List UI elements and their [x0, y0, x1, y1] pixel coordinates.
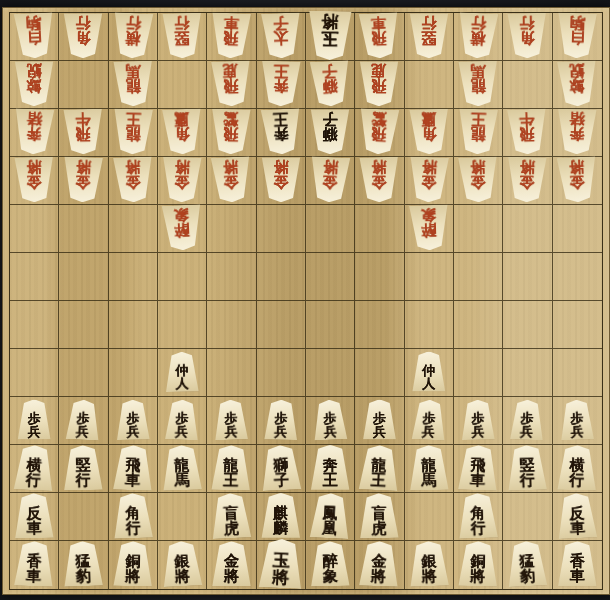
board-cell[interactable]: [109, 349, 158, 397]
piece-kanji: 玉將: [271, 552, 290, 587]
board-cell[interactable]: [59, 61, 108, 109]
board-cell[interactable]: 金將: [207, 541, 256, 589]
piece-kanji: 獅子: [273, 457, 289, 488]
board-cell[interactable]: [158, 61, 207, 109]
board-cell[interactable]: 飛鷲: [207, 109, 256, 157]
board-cell[interactable]: [503, 301, 552, 349]
board-cell[interactable]: 角行: [109, 493, 158, 541]
piece-pawn[interactable]: 歩兵: [264, 399, 299, 440]
piece-free-boar[interactable]: 奔猪: [557, 108, 598, 154]
piece-gold-general[interactable]: 金將: [210, 156, 252, 203]
piece-go-between[interactable]: 仲人: [412, 351, 446, 391]
board-cell[interactable]: 歩兵: [454, 397, 503, 445]
board-cell[interactable]: [405, 301, 454, 349]
board-cell[interactable]: 猛豹: [503, 541, 552, 589]
piece-kirin[interactable]: 麒麟: [261, 493, 301, 538]
board-cell[interactable]: 太子: [257, 13, 306, 61]
board-cell[interactable]: 盲虎: [355, 493, 404, 541]
piece-free-king[interactable]: 奔王: [310, 445, 350, 490]
board-cell[interactable]: [503, 253, 552, 301]
piece-kanji: 金將: [470, 158, 486, 188]
piece-kanji: 竪行: [520, 457, 536, 487]
board-cell[interactable]: 横行: [109, 13, 158, 61]
board-cell[interactable]: [59, 349, 108, 397]
piece-blind-tiger[interactable]: 盲虎: [359, 492, 400, 538]
piece-pawn[interactable]: 歩兵: [66, 399, 102, 441]
board-cell[interactable]: 歩兵: [306, 397, 355, 445]
piece-kanji: 金將: [372, 159, 387, 189]
board-cell[interactable]: 猛豹: [59, 541, 108, 589]
board-cell[interactable]: [306, 253, 355, 301]
board-cell[interactable]: 横行: [454, 13, 503, 61]
board-cell[interactable]: 銅將: [454, 541, 503, 589]
piece-kanji: 金將: [273, 159, 288, 189]
board-cell[interactable]: 金將: [355, 541, 404, 589]
piece-bishop[interactable]: 角行: [507, 12, 548, 58]
piece-kanji: 銀將: [174, 554, 190, 585]
board-cell[interactable]: [257, 349, 306, 397]
board-cell[interactable]: 仲人: [158, 349, 207, 397]
board-cell[interactable]: 銀將: [158, 541, 207, 589]
piece-kanji: 金將: [125, 158, 141, 188]
piece-kanji: 歩兵: [323, 411, 337, 438]
piece-kanji: 鳳凰: [322, 505, 338, 536]
board-cell[interactable]: 飛鷲: [355, 109, 404, 157]
piece-kanji: 飛鹿: [223, 62, 239, 92]
piece-flying-ox[interactable]: 飛牛: [63, 108, 104, 154]
board-cell[interactable]: 金將: [306, 157, 355, 205]
piece-vertical-mover[interactable]: 竪行: [162, 12, 203, 58]
piece-flying-ox[interactable]: 飛牛: [507, 108, 548, 154]
piece-kanji: 金將: [520, 159, 535, 189]
board-cell[interactable]: [257, 205, 306, 253]
board-cell[interactable]: 香車: [553, 541, 602, 589]
board-cell[interactable]: 龍馬: [158, 445, 207, 493]
board-cell[interactable]: [553, 205, 602, 253]
board-cell[interactable]: 香車: [10, 541, 59, 589]
piece-kanji: 龍王: [470, 110, 486, 140]
board-cell[interactable]: 歩兵: [257, 397, 306, 445]
piece-kanji: 飛鹿: [372, 63, 387, 93]
board-cell[interactable]: 歩兵: [59, 397, 108, 445]
piece-dragon-horse[interactable]: 龍馬: [458, 60, 499, 106]
piece-pawn[interactable]: 歩兵: [411, 399, 447, 441]
piece-whale[interactable]: 鯨鯢: [14, 61, 54, 106]
piece-kanji: 獅子: [322, 62, 338, 93]
piece-side-mover[interactable]: 横行: [557, 444, 598, 490]
piece-kanji: 龍王: [125, 110, 141, 140]
piece-kanji: 銅將: [125, 554, 140, 584]
piece-flying-stag[interactable]: 飛鹿: [211, 60, 252, 106]
board-cell[interactable]: 仲人: [405, 349, 454, 397]
board-cell[interactable]: [503, 493, 552, 541]
board-cell[interactable]: [59, 253, 108, 301]
piece-kanji: 猛豹: [520, 554, 536, 585]
piece-rook[interactable]: 飛車: [457, 444, 498, 490]
piece-bishop[interactable]: 角行: [457, 492, 498, 538]
piece-silver-general[interactable]: 銀將: [161, 540, 203, 587]
board-cell[interactable]: 歩兵: [405, 397, 454, 445]
board-cell[interactable]: 龍馬: [405, 445, 454, 493]
piece-kanji: 龍王: [371, 457, 387, 488]
board-cell[interactable]: 奔猪: [10, 109, 59, 157]
board-cell[interactable]: 玉將: [257, 541, 306, 589]
board-cell[interactable]: 龍王: [454, 109, 503, 157]
board-cell[interactable]: 飛鹿: [207, 61, 256, 109]
piece-lion[interactable]: 獅子: [310, 109, 350, 154]
piece-kanji: 飛鷲: [372, 110, 388, 141]
piece-gold-general[interactable]: 金將: [112, 156, 153, 202]
piece-pawn[interactable]: 歩兵: [510, 399, 545, 440]
piece-vertical-mover[interactable]: 竪行: [507, 444, 548, 490]
piece-kanji: 鯨鯢: [27, 63, 42, 93]
board-cell[interactable]: 歩兵: [10, 397, 59, 445]
board-cell[interactable]: 竪行: [405, 13, 454, 61]
board-cell[interactable]: 奔王: [257, 109, 306, 157]
piece-kanji: 反車: [27, 506, 42, 536]
board-cell[interactable]: 竪行: [503, 445, 552, 493]
piece-side-mover[interactable]: 横行: [457, 12, 499, 59]
piece-go-between[interactable]: 仲人: [165, 351, 200, 392]
piece-lion[interactable]: 獅子: [260, 444, 302, 491]
board-cell[interactable]: [355, 205, 404, 253]
board-cell[interactable]: [59, 493, 108, 541]
board-cell[interactable]: [355, 253, 404, 301]
piece-gold-general[interactable]: 金將: [309, 156, 351, 203]
board-cell[interactable]: 龍王: [109, 109, 158, 157]
board-cell[interactable]: 金將: [109, 157, 158, 205]
board-cell[interactable]: [405, 61, 454, 109]
piece-kanji: 鯨鯢: [569, 62, 585, 92]
board-cell[interactable]: 醉象: [158, 205, 207, 253]
piece-kanji: 歩兵: [520, 411, 534, 437]
piece-vertical-mover[interactable]: 竪行: [409, 13, 449, 58]
board-cell[interactable]: 獅子: [306, 109, 355, 157]
piece-kanji: 仲人: [422, 363, 435, 389]
board-cell[interactable]: 醉象: [405, 205, 454, 253]
board-cell[interactable]: 白駒: [10, 13, 59, 61]
board-cell[interactable]: 醉象: [306, 541, 355, 589]
board-cell[interactable]: 歩兵: [109, 397, 158, 445]
board-cell[interactable]: [454, 253, 503, 301]
board-cell[interactable]: 金將: [553, 157, 602, 205]
piece-kanji: 金將: [76, 158, 92, 188]
piece-rook[interactable]: 飛車: [211, 12, 252, 58]
board-cell[interactable]: 反車: [553, 493, 602, 541]
piece-pawn[interactable]: 歩兵: [461, 399, 496, 440]
piece-kanji: 歩兵: [175, 411, 189, 437]
piece-ferocious-leopard[interactable]: 猛豹: [63, 541, 104, 587]
piece-kanji: 飛車: [470, 457, 486, 487]
board-cell[interactable]: 金將: [10, 157, 59, 205]
piece-whale[interactable]: 鯨鯢: [557, 60, 598, 106]
piece-kanji: 飛牛: [76, 111, 91, 141]
piece-gold-general[interactable]: 金將: [63, 156, 104, 202]
board-cell[interactable]: 金將: [59, 157, 108, 205]
board-cell[interactable]: [454, 349, 503, 397]
board-cell[interactable]: [503, 61, 552, 109]
piece-kanji: 金將: [569, 158, 585, 189]
piece-rook[interactable]: 飛車: [358, 12, 400, 59]
piece-gold-general[interactable]: 金將: [162, 156, 203, 202]
piece-kanji: 玉將: [321, 12, 339, 46]
board-cell[interactable]: 角行: [59, 13, 108, 61]
board-cell[interactable]: 角鷹: [158, 109, 207, 157]
piece-copper-general[interactable]: 銅將: [458, 541, 499, 587]
board-cell[interactable]: 反車: [10, 493, 59, 541]
piece-pawn[interactable]: 歩兵: [312, 399, 348, 441]
board-cell[interactable]: 鳳凰: [306, 493, 355, 541]
piece-dragon-king[interactable]: 龍王: [457, 108, 498, 154]
board-cell[interactable]: 獅子: [306, 61, 355, 109]
piece-kanji: 龍馬: [470, 63, 485, 93]
board-cell[interactable]: 歩兵: [207, 397, 256, 445]
piece-gold-general[interactable]: 金將: [261, 157, 301, 202]
board-cell[interactable]: 白駒: [553, 13, 602, 61]
piece-pawn[interactable]: 歩兵: [362, 399, 396, 439]
piece-dragon-king[interactable]: 龍王: [358, 444, 400, 491]
piece-rook[interactable]: 飛車: [112, 444, 153, 490]
board-cell[interactable]: 奔王: [306, 445, 355, 493]
board-cell[interactable]: 竪行: [158, 13, 207, 61]
board-cell[interactable]: [405, 493, 454, 541]
board-cell[interactable]: [405, 253, 454, 301]
piece-gold-general[interactable]: 金將: [457, 156, 498, 202]
board-cell[interactable]: [207, 349, 256, 397]
board-cell[interactable]: 飛車: [454, 445, 503, 493]
board-cell[interactable]: [207, 205, 256, 253]
piece-free-king[interactable]: 奔王: [260, 60, 301, 106]
piece-kanji: 香車: [570, 554, 585, 584]
board-cell[interactable]: 歩兵: [355, 397, 404, 445]
piece-kanji: 麒麟: [273, 506, 288, 536]
board-cell[interactable]: 金將: [405, 157, 454, 205]
board-cell[interactable]: 銅將: [109, 541, 158, 589]
board-cell[interactable]: 金將: [257, 157, 306, 205]
piece-kanji: 獅子: [323, 111, 338, 141]
piece-kanji: 金將: [371, 554, 387, 584]
board-cell[interactable]: [207, 301, 256, 349]
piece-pawn[interactable]: 歩兵: [116, 399, 151, 440]
piece-kanji: 角行: [76, 15, 91, 45]
board-cell[interactable]: 角行: [503, 13, 552, 61]
board-cell[interactable]: [109, 301, 158, 349]
board-cell[interactable]: 飛車: [207, 13, 256, 61]
piece-gold-general[interactable]: 金將: [359, 541, 400, 587]
piece-side-mover[interactable]: 横行: [112, 12, 154, 59]
board-cell[interactable]: 飛牛: [503, 109, 552, 157]
piece-kanji: 飛牛: [519, 110, 535, 140]
piece-kanji: 龍馬: [174, 457, 190, 487]
piece-silver-general[interactable]: 銀將: [408, 541, 449, 587]
board-cell[interactable]: 龍馬: [454, 61, 503, 109]
board-cell[interactable]: 金將: [503, 157, 552, 205]
board-cell[interactable]: 盲虎: [207, 493, 256, 541]
board-cell[interactable]: [553, 301, 602, 349]
piece-gold-general[interactable]: 金將: [14, 156, 55, 202]
board-cell[interactable]: [503, 205, 552, 253]
piece-king[interactable]: 玉將: [308, 10, 353, 60]
piece-free-boar[interactable]: 奔猪: [13, 108, 55, 155]
piece-kanji: 醉象: [421, 206, 437, 236]
piece-phoenix[interactable]: 鳳凰: [309, 492, 351, 539]
piece-kanji: 奔王: [273, 63, 288, 93]
board-cell[interactable]: 金將: [158, 157, 207, 205]
piece-kanji: 竪行: [174, 15, 189, 45]
board-cell[interactable]: [109, 205, 158, 253]
piece-gold-general[interactable]: 金將: [211, 541, 251, 586]
piece-kanji: 銀將: [421, 554, 437, 584]
board-cell[interactable]: [306, 301, 355, 349]
piece-horned-falcon[interactable]: 角鷹: [408, 108, 449, 154]
piece-kanji: 歩兵: [373, 411, 386, 437]
piece-kanji: 龍馬: [125, 63, 140, 93]
piece-vertical-mover[interactable]: 竪行: [63, 444, 104, 490]
board-cell[interactable]: 麒麟: [257, 493, 306, 541]
piece-copper-general[interactable]: 銅將: [112, 541, 153, 587]
board-cell[interactable]: 飛車: [109, 445, 158, 493]
piece-kanji: 横行: [26, 457, 42, 488]
piece-kanji: 醉象: [323, 554, 338, 584]
board-cell[interactable]: 奔王: [257, 61, 306, 109]
board-cell[interactable]: 鯨鯢: [10, 61, 59, 109]
piece-kanji: 竪行: [76, 458, 91, 488]
piece-kanji: 金將: [223, 158, 239, 189]
board-cell[interactable]: [503, 349, 552, 397]
board-cell[interactable]: [59, 205, 108, 253]
piece-reverse-chariot[interactable]: 反車: [14, 492, 55, 538]
piece-reverse-chariot[interactable]: 反車: [556, 492, 598, 539]
board-cell[interactable]: [454, 205, 503, 253]
piece-kanji: 太子: [273, 14, 289, 44]
board-cell[interactable]: [109, 253, 158, 301]
piece-gold-general[interactable]: 金將: [408, 156, 449, 202]
piece-drunk-elephant[interactable]: 醉象: [408, 204, 449, 250]
piece-crown-prince[interactable]: 太子: [260, 12, 301, 58]
board-cell[interactable]: 歩兵: [503, 397, 552, 445]
piece-kanji: 角鷹: [421, 111, 436, 141]
piece-horned-falcon[interactable]: 角鷹: [161, 108, 202, 154]
board-cell[interactable]: [553, 349, 602, 397]
board-cell[interactable]: 奔猪: [553, 109, 602, 157]
piece-soaring-eagle[interactable]: 飛鷲: [211, 108, 252, 154]
board-cell[interactable]: 飛鹿: [355, 61, 404, 109]
board-cell[interactable]: 歩兵: [158, 397, 207, 445]
piece-kanji: 角行: [470, 505, 486, 535]
board-cell[interactable]: 金將: [207, 157, 256, 205]
piece-dragon-horse[interactable]: 龍馬: [161, 444, 202, 490]
piece-lance[interactable]: 香車: [557, 541, 597, 586]
board-cell[interactable]: [10, 301, 59, 349]
piece-drunk-elephant[interactable]: 醉象: [161, 204, 203, 251]
board-cell[interactable]: 歩兵: [553, 397, 602, 445]
piece-pawn[interactable]: 歩兵: [165, 399, 200, 440]
piece-kanji: 飛鷲: [224, 111, 239, 141]
board-cell[interactable]: 竪行: [59, 445, 108, 493]
board-cell[interactable]: [306, 205, 355, 253]
piece-dragon-horse[interactable]: 龍馬: [408, 444, 449, 490]
piece-white-horse[interactable]: 白駒: [13, 12, 55, 59]
board-cell[interactable]: [355, 301, 404, 349]
piece-kanji: 横行: [470, 14, 486, 45]
board-cell[interactable]: [158, 301, 207, 349]
piece-kanji: 奔猪: [26, 110, 42, 141]
piece-kanji: 角行: [125, 505, 141, 535]
board-cell[interactable]: 金將: [355, 157, 404, 205]
board-cell[interactable]: [454, 301, 503, 349]
board-cell[interactable]: 龍馬: [109, 61, 158, 109]
piece-kanji: 歩兵: [76, 411, 90, 438]
board-cell[interactable]: [10, 205, 59, 253]
board-cell[interactable]: [207, 253, 256, 301]
board-cell[interactable]: [59, 301, 108, 349]
piece-dragon-king[interactable]: 龍王: [112, 108, 153, 154]
board-cell[interactable]: 横行: [553, 445, 602, 493]
piece-free-king[interactable]: 奔王: [260, 108, 302, 155]
board-cell[interactable]: [257, 253, 306, 301]
board-cell[interactable]: [553, 253, 602, 301]
board-cell[interactable]: [10, 253, 59, 301]
board-cell[interactable]: 角鷹: [405, 109, 454, 157]
board-cell[interactable]: 鯨鯢: [553, 61, 602, 109]
piece-king[interactable]: 玉將: [258, 538, 304, 589]
piece-lion[interactable]: 獅子: [309, 60, 351, 107]
piece-pawn[interactable]: 歩兵: [214, 399, 249, 440]
piece-kanji: 金將: [322, 158, 338, 189]
board-cell[interactable]: 横行: [10, 445, 59, 493]
board-cell[interactable]: 飛車: [355, 13, 404, 61]
piece-kanji: 歩兵: [421, 411, 435, 438]
board-cell[interactable]: 龍王: [355, 445, 404, 493]
board-cell[interactable]: 龍王: [207, 445, 256, 493]
board-cell[interactable]: [10, 349, 59, 397]
piece-drunk-elephant[interactable]: 醉象: [310, 541, 351, 587]
piece-pawn[interactable]: 歩兵: [17, 399, 51, 439]
piece-gold-general[interactable]: 金將: [507, 156, 548, 202]
board-cell[interactable]: 獅子: [257, 445, 306, 493]
board-grid: 白駒角行横行竪行飛車太子玉將飛車竪行横行角行白駒鯨鯢龍馬飛鹿奔王獅子飛鹿龍馬鯨鯢…: [9, 12, 603, 590]
piece-bishop[interactable]: 角行: [63, 13, 103, 58]
board-cell[interactable]: [355, 349, 404, 397]
piece-kanji: 歩兵: [472, 411, 485, 437]
board-cell[interactable]: [158, 493, 207, 541]
piece-flying-stag[interactable]: 飛鹿: [359, 61, 399, 106]
piece-kanji: 歩兵: [571, 411, 585, 437]
piece-gold-general[interactable]: 金將: [359, 156, 400, 202]
board-cell[interactable]: [306, 349, 355, 397]
piece-bishop[interactable]: 角行: [112, 492, 153, 538]
board-cell[interactable]: 角行: [454, 493, 503, 541]
piece-dragon-king[interactable]: 龍王: [211, 444, 252, 490]
piece-soaring-eagle[interactable]: 飛鷲: [358, 108, 400, 155]
piece-pawn[interactable]: 歩兵: [560, 399, 595, 440]
piece-lance[interactable]: 香車: [13, 541, 54, 587]
board-cell[interactable]: 金將: [454, 157, 503, 205]
board-cell[interactable]: 飛牛: [59, 109, 108, 157]
piece-blind-tiger[interactable]: 盲虎: [210, 492, 252, 539]
board-cell[interactable]: [158, 253, 207, 301]
piece-white-horse[interactable]: 白駒: [557, 12, 598, 58]
board-cell[interactable]: 玉將: [306, 13, 355, 61]
piece-gold-general[interactable]: 金將: [556, 156, 598, 203]
piece-ferocious-leopard[interactable]: 猛豹: [506, 540, 548, 587]
board-cell[interactable]: [257, 301, 306, 349]
piece-kanji: 奔王: [323, 458, 338, 488]
piece-kanji: 歩兵: [225, 411, 239, 437]
board-cell[interactable]: 銀將: [405, 541, 454, 589]
piece-side-mover[interactable]: 横行: [13, 444, 55, 491]
piece-dragon-horse[interactable]: 龍馬: [112, 60, 153, 106]
